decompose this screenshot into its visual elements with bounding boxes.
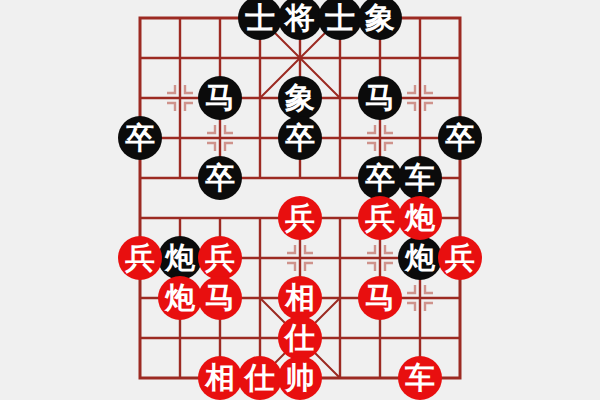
piece-red-soldier[interactable]: 兵 xyxy=(358,196,402,240)
piece-black-horse[interactable]: 马 xyxy=(198,76,242,120)
xiangqi-board[interactable]: 士将士象马象马卒卒卒卒卒车炮炮兵兵炮兵兵兵炮马相马仕相仕帅车 xyxy=(120,0,480,398)
piece-black-soldier[interactable]: 卒 xyxy=(118,116,162,160)
piece-black-elephant[interactable]: 象 xyxy=(358,0,402,40)
piece-black-general[interactable]: 将 xyxy=(278,0,322,40)
piece-black-advisor[interactable]: 士 xyxy=(318,0,362,40)
piece-red-advisor[interactable]: 仕 xyxy=(238,356,282,400)
piece-black-horse[interactable]: 马 xyxy=(358,76,402,120)
piece-black-soldier[interactable]: 卒 xyxy=(438,116,482,160)
piece-black-soldier[interactable]: 卒 xyxy=(278,116,322,160)
piece-red-cannon[interactable]: 炮 xyxy=(158,276,202,320)
piece-black-cannon[interactable]: 炮 xyxy=(158,236,202,280)
piece-black-cannon[interactable]: 炮 xyxy=(398,236,442,280)
piece-red-horse[interactable]: 马 xyxy=(198,276,242,320)
piece-red-general[interactable]: 帅 xyxy=(278,356,322,400)
piece-red-cannon[interactable]: 炮 xyxy=(398,196,442,240)
piece-red-soldier[interactable]: 兵 xyxy=(438,236,482,280)
piece-black-soldier[interactable]: 卒 xyxy=(198,156,242,200)
piece-red-soldier[interactable]: 兵 xyxy=(198,236,242,280)
xiangqi-app-canvas: 士将士象马象马卒卒卒卒卒车炮炮兵兵炮兵兵兵炮马相马仕相仕帅车 xyxy=(0,0,600,400)
piece-red-elephant[interactable]: 相 xyxy=(198,356,242,400)
piece-red-elephant[interactable]: 相 xyxy=(278,276,322,320)
piece-red-chariot[interactable]: 车 xyxy=(398,356,442,400)
piece-black-elephant[interactable]: 象 xyxy=(278,76,322,120)
piece-red-horse[interactable]: 马 xyxy=(358,276,402,320)
piece-red-advisor[interactable]: 仕 xyxy=(278,316,322,360)
piece-black-soldier[interactable]: 卒 xyxy=(358,156,402,200)
piece-black-chariot[interactable]: 车 xyxy=(398,156,442,200)
piece-red-soldier[interactable]: 兵 xyxy=(278,196,322,240)
piece-black-advisor[interactable]: 士 xyxy=(238,0,282,40)
piece-red-soldier[interactable]: 兵 xyxy=(118,236,162,280)
